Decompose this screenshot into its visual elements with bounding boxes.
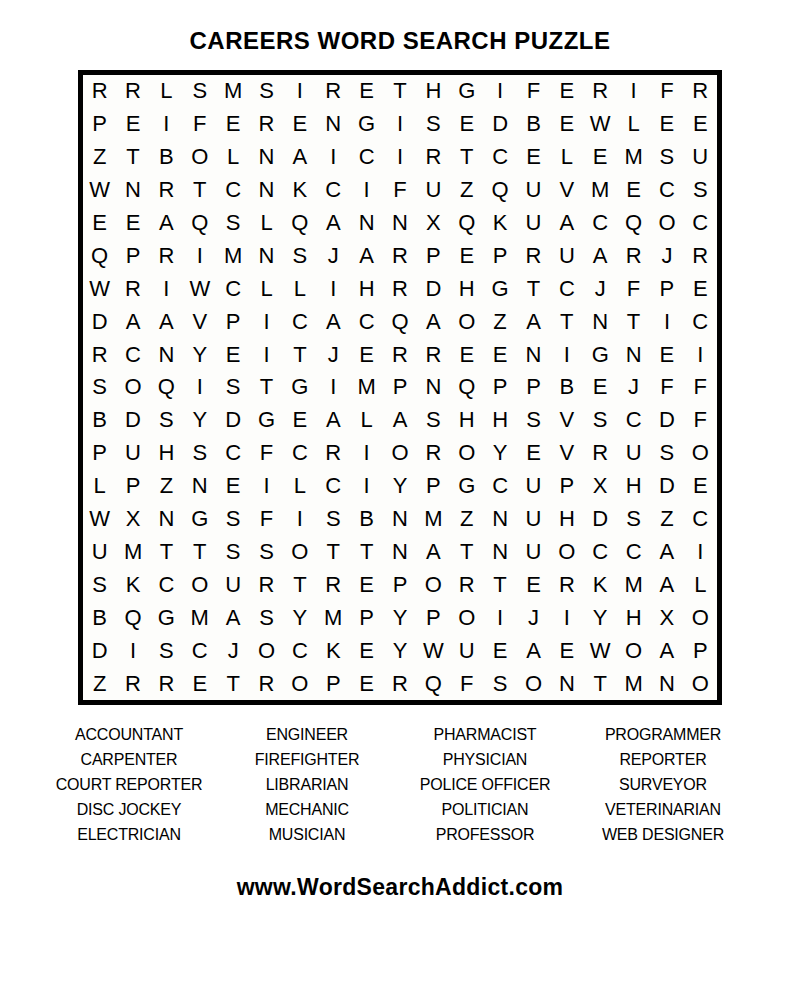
grid-cell-r1c7: I <box>283 75 316 108</box>
grid-cell-r3c1: Z <box>83 141 116 174</box>
grid-cell-r10c3: Q <box>150 371 183 404</box>
grid-cell-r8c11: A <box>417 305 450 338</box>
grid-cell-r14c11: M <box>417 503 450 536</box>
grid-cell-r19c9: E <box>350 667 383 700</box>
grid-cell-r14c15: H <box>550 503 583 536</box>
word-list-item: COURT REPORTER <box>40 772 218 797</box>
grid-cell-r15c8: T <box>317 536 350 569</box>
grid-cell-r13c11: P <box>417 470 450 503</box>
grid-cell-r19c6: R <box>250 667 283 700</box>
grid-cell-r13c13: C <box>483 470 516 503</box>
grid-cell-r19c10: R <box>383 667 416 700</box>
grid-cell-r2c10: I <box>383 108 416 141</box>
grid-cell-r3c18: S <box>650 141 683 174</box>
word-list-item: PROFESSOR <box>396 822 574 847</box>
grid-cell-r6c3: R <box>150 239 183 272</box>
word-list-item: POLICE OFFICER <box>396 772 574 797</box>
grid-cell-r3c17: M <box>617 141 650 174</box>
word-list-item: PHARMACIST <box>396 722 574 747</box>
grid-cell-r7c15: C <box>550 272 583 305</box>
grid-cell-r5c12: Q <box>450 207 483 240</box>
grid-cell-r1c10: T <box>383 75 416 108</box>
grid-cell-r11c10: A <box>383 404 416 437</box>
word-list-item: DISC JOCKEY <box>40 797 218 822</box>
grid-cell-r6c2: P <box>116 239 149 272</box>
grid-cell-r4c12: Z <box>450 174 483 207</box>
grid-cell-r3c6: N <box>250 141 283 174</box>
grid-cell-r6c7: S <box>283 239 316 272</box>
grid-cell-r11c15: V <box>550 404 583 437</box>
grid-cell-r11c9: L <box>350 404 383 437</box>
grid-cell-r2c15: E <box>550 108 583 141</box>
grid-cell-r14c2: X <box>116 503 149 536</box>
grid-cell-r14c3: N <box>150 503 183 536</box>
word-list-item: ENGINEER <box>218 722 396 747</box>
grid-cell-r6c6: N <box>250 239 283 272</box>
grid-cell-r11c7: E <box>283 404 316 437</box>
grid-cell-r7c8: I <box>317 272 350 305</box>
grid-cell-r18c3: S <box>150 634 183 667</box>
grid-cell-r2c17: L <box>617 108 650 141</box>
grid-cell-r12c1: P <box>83 437 116 470</box>
grid-cell-r5c3: A <box>150 207 183 240</box>
grid-cell-r16c1: S <box>83 568 116 601</box>
grid-cell-r18c1: D <box>83 634 116 667</box>
grid-cell-r3c9: C <box>350 141 383 174</box>
grid-cell-r12c9: I <box>350 437 383 470</box>
grid-cell-r3c4: O <box>183 141 216 174</box>
grid-cell-r19c15: N <box>550 667 583 700</box>
grid-cell-r5c6: L <box>250 207 283 240</box>
grid-cell-r1c5: M <box>216 75 249 108</box>
grid-cell-r11c16: S <box>584 404 617 437</box>
grid-cell-r2c13: D <box>483 108 516 141</box>
word-list: ACCOUNTANTCARPENTERCOURT REPORTERDISC JO… <box>40 722 752 847</box>
word-list-item: SURVEYOR <box>574 772 752 797</box>
grid-cell-r5c1: E <box>83 207 116 240</box>
grid-cell-r8c6: I <box>250 305 283 338</box>
grid-cell-r17c18: X <box>650 601 683 634</box>
grid-cell-r11c2: D <box>116 404 149 437</box>
grid-cell-r9c3: N <box>150 338 183 371</box>
grid-cell-r9c11: R <box>417 338 450 371</box>
grid-cell-r11c5: D <box>216 404 249 437</box>
grid-cell-r1c19: R <box>684 75 717 108</box>
grid-cell-r17c12: O <box>450 601 483 634</box>
grid-cell-r16c5: U <box>216 568 249 601</box>
grid-cell-r17c5: A <box>216 601 249 634</box>
grid-cell-r19c4: E <box>183 667 216 700</box>
grid-cell-r5c4: Q <box>183 207 216 240</box>
grid-cell-r5c18: O <box>650 207 683 240</box>
word-list-item: CARPENTER <box>40 747 218 772</box>
grid-cell-r10c8: I <box>317 371 350 404</box>
grid-cell-r15c16: C <box>584 536 617 569</box>
grid-cell-r13c6: I <box>250 470 283 503</box>
grid-cell-r10c14: P <box>517 371 550 404</box>
grid-cell-r10c12: Q <box>450 371 483 404</box>
word-list-item: LIBRARIAN <box>218 772 396 797</box>
grid-cell-r10c7: G <box>283 371 316 404</box>
grid-cell-r12c19: O <box>684 437 717 470</box>
grid-cell-r2c9: G <box>350 108 383 141</box>
grid-cell-r4c4: T <box>183 174 216 207</box>
grid-cell-r18c6: O <box>250 634 283 667</box>
grid-cell-r10c1: S <box>83 371 116 404</box>
grid-cell-r3c5: L <box>216 141 249 174</box>
grid-cell-r5c2: E <box>116 207 149 240</box>
grid-cell-r17c17: H <box>617 601 650 634</box>
grid-cell-r18c16: W <box>584 634 617 667</box>
grid-cell-r7c9: H <box>350 272 383 305</box>
grid-cell-r6c11: P <box>417 239 450 272</box>
grid-cell-r17c11: P <box>417 601 450 634</box>
grid-cell-r18c12: U <box>450 634 483 667</box>
grid-cell-r1c4: S <box>183 75 216 108</box>
grid-cell-r18c5: J <box>216 634 249 667</box>
grid-cell-r6c9: A <box>350 239 383 272</box>
grid-cell-r5c9: N <box>350 207 383 240</box>
grid-cell-r7c2: R <box>116 272 149 305</box>
grid-cell-r17c16: Y <box>584 601 617 634</box>
grid-cell-r9c6: I <box>250 338 283 371</box>
grid-cell-r3c19: U <box>684 141 717 174</box>
grid-cell-r15c17: C <box>617 536 650 569</box>
grid-cell-r6c8: J <box>317 239 350 272</box>
grid-cell-r4c18: C <box>650 174 683 207</box>
grid-cell-r6c19: R <box>684 239 717 272</box>
word-list-item: PROGRAMMER <box>574 722 752 747</box>
grid-cell-r12c18: S <box>650 437 683 470</box>
grid-cell-r7c18: P <box>650 272 683 305</box>
grid-cell-r6c18: J <box>650 239 683 272</box>
grid-cell-r14c13: N <box>483 503 516 536</box>
grid-cell-r16c4: O <box>183 568 216 601</box>
grid-cell-r8c4: V <box>183 305 216 338</box>
grid-cell-r9c1: R <box>83 338 116 371</box>
grid-cell-r12c5: C <box>216 437 249 470</box>
grid-cell-r12c15: V <box>550 437 583 470</box>
grid-cell-r17c8: M <box>317 601 350 634</box>
grid-cell-r8c2: A <box>116 305 149 338</box>
grid-cell-r4c19: S <box>684 174 717 207</box>
grid-cell-r13c12: G <box>450 470 483 503</box>
grid-cell-r15c4: T <box>183 536 216 569</box>
grid-cell-r14c12: Z <box>450 503 483 536</box>
grid-cell-r12c16: R <box>584 437 617 470</box>
grid-cell-r9c10: R <box>383 338 416 371</box>
grid-cell-r12c3: H <box>150 437 183 470</box>
grid-cell-r18c7: C <box>283 634 316 667</box>
grid-cell-r18c13: E <box>483 634 516 667</box>
grid-cell-r5c8: A <box>317 207 350 240</box>
grid-cell-r9c16: G <box>584 338 617 371</box>
grid-cell-r13c14: U <box>517 470 550 503</box>
grid-cell-r7c17: F <box>617 272 650 305</box>
grid-cell-r15c7: O <box>283 536 316 569</box>
grid-cell-r5c19: C <box>684 207 717 240</box>
grid-cell-r19c8: P <box>317 667 350 700</box>
grid-cell-r1c16: R <box>584 75 617 108</box>
grid-cell-r4c3: R <box>150 174 183 207</box>
grid-cell-r4c6: N <box>250 174 283 207</box>
grid-cell-r18c4: C <box>183 634 216 667</box>
grid-cell-r3c14: E <box>517 141 550 174</box>
grid-cell-r17c3: G <box>150 601 183 634</box>
grid-cell-r3c3: B <box>150 141 183 174</box>
grid-cell-r19c18: N <box>650 667 683 700</box>
grid-cell-r8c16: N <box>584 305 617 338</box>
grid-cell-r1c8: R <box>317 75 350 108</box>
grid-cell-r3c10: I <box>383 141 416 174</box>
grid-cell-r14c9: B <box>350 503 383 536</box>
grid-cell-r10c16: E <box>584 371 617 404</box>
grid-cell-r10c15: B <box>550 371 583 404</box>
grid-cell-r4c10: F <box>383 174 416 207</box>
grid-cell-r17c15: I <box>550 601 583 634</box>
grid-cell-r18c15: E <box>550 634 583 667</box>
grid-cell-r2c1: P <box>83 108 116 141</box>
grid-cell-r13c15: P <box>550 470 583 503</box>
grid-cell-r16c17: M <box>617 568 650 601</box>
grid-cell-r19c12: F <box>450 667 483 700</box>
grid-cell-r19c3: R <box>150 667 183 700</box>
word-list-item: PHYSICIAN <box>396 747 574 772</box>
grid-cell-r6c5: M <box>216 239 249 272</box>
grid-cell-r11c8: A <box>317 404 350 437</box>
grid-cell-r19c17: M <box>617 667 650 700</box>
grid-cell-r15c12: T <box>450 536 483 569</box>
grid-cell-r15c1: U <box>83 536 116 569</box>
grid-cell-r7c3: I <box>150 272 183 305</box>
grid-cell-r12c7: C <box>283 437 316 470</box>
grid-cell-r13c1: L <box>83 470 116 503</box>
grid-cell-r1c17: I <box>617 75 650 108</box>
word-list-item: POLITICIAN <box>396 797 574 822</box>
grid-cell-r3c12: T <box>450 141 483 174</box>
word-list-item: ELECTRICIAN <box>40 822 218 847</box>
grid-cell-r4c7: K <box>283 174 316 207</box>
grid-cell-r13c9: I <box>350 470 383 503</box>
grid-cell-r7c10: R <box>383 272 416 305</box>
grid-cell-r8c1: D <box>83 305 116 338</box>
grid-cell-r4c11: U <box>417 174 450 207</box>
grid-cell-r5c7: Q <box>283 207 316 240</box>
word-list-column-2: ENGINEERFIREFIGHTERLIBRARIANMECHANICMUSI… <box>218 722 396 847</box>
grid-cell-r1c18: F <box>650 75 683 108</box>
grid-cell-r8c5: P <box>216 305 249 338</box>
grid-cell-r8c15: T <box>550 305 583 338</box>
grid-cell-r16c10: P <box>383 568 416 601</box>
grid-cell-r2c4: F <box>183 108 216 141</box>
grid-cell-r16c6: R <box>250 568 283 601</box>
grid-cell-r1c14: F <box>517 75 550 108</box>
grid-cell-r17c1: B <box>83 601 116 634</box>
grid-cell-r11c17: C <box>617 404 650 437</box>
grid-cell-r12c8: R <box>317 437 350 470</box>
grid-cell-r7c1: W <box>83 272 116 305</box>
grid-cell-r10c5: S <box>216 371 249 404</box>
grid-cell-r14c1: W <box>83 503 116 536</box>
grid-cell-r15c9: T <box>350 536 383 569</box>
grid-cell-r4c2: N <box>116 174 149 207</box>
grid-cell-r14c6: F <box>250 503 283 536</box>
grid-cell-r3c8: I <box>317 141 350 174</box>
word-list-item: ACCOUNTANT <box>40 722 218 747</box>
grid-cell-r7c6: L <box>250 272 283 305</box>
grid-cell-r12c12: O <box>450 437 483 470</box>
grid-cell-r19c13: S <box>483 667 516 700</box>
grid-cell-r9c9: E <box>350 338 383 371</box>
grid-cell-r11c14: S <box>517 404 550 437</box>
grid-cell-r12c13: Y <box>483 437 516 470</box>
grid-cell-r5c17: Q <box>617 207 650 240</box>
grid-cell-r3c16: E <box>584 141 617 174</box>
grid-cell-r7c13: G <box>483 272 516 305</box>
grid-cell-r5c15: A <box>550 207 583 240</box>
grid-cell-r2c7: E <box>283 108 316 141</box>
grid-cell-r19c19: O <box>684 667 717 700</box>
grid-cell-r6c4: I <box>183 239 216 272</box>
grid-cell-r12c17: U <box>617 437 650 470</box>
grid-cell-r13c8: C <box>317 470 350 503</box>
grid-cell-r2c6: R <box>250 108 283 141</box>
site-url: www.WordSearchAddict.com <box>0 874 800 901</box>
grid-cell-r8c19: C <box>684 305 717 338</box>
grid-cell-r9c14: N <box>517 338 550 371</box>
grid-cell-r5c5: S <box>216 207 249 240</box>
grid-cell-r6c15: U <box>550 239 583 272</box>
grid-cell-r11c1: B <box>83 404 116 437</box>
grid-cell-r17c19: O <box>684 601 717 634</box>
grid-cell-r8c13: Z <box>483 305 516 338</box>
grid-cell-r13c7: L <box>283 470 316 503</box>
grid-cell-r8c18: I <box>650 305 683 338</box>
grid-cell-r3c11: R <box>417 141 450 174</box>
grid-cell-r15c6: S <box>250 536 283 569</box>
grid-cell-r16c18: A <box>650 568 683 601</box>
grid-cell-r16c7: T <box>283 568 316 601</box>
grid-cell-r13c5: E <box>216 470 249 503</box>
grid-cell-r16c3: C <box>150 568 183 601</box>
grid-cell-r8c12: O <box>450 305 483 338</box>
grid-cell-r1c11: H <box>417 75 450 108</box>
grid-cell-r6c1: Q <box>83 239 116 272</box>
grid-cell-r14c8: S <box>317 503 350 536</box>
grid-cell-r19c2: R <box>116 667 149 700</box>
grid-cell-r14c7: I <box>283 503 316 536</box>
word-list-item: VETERINARIAN <box>574 797 752 822</box>
grid-cell-r12c6: F <box>250 437 283 470</box>
grid-cell-r15c18: A <box>650 536 683 569</box>
grid-cell-r19c16: T <box>584 667 617 700</box>
grid-cell-r6c14: R <box>517 239 550 272</box>
grid-cell-r13c10: Y <box>383 470 416 503</box>
page-title: CAREERS WORD SEARCH PUZZLE <box>0 0 800 55</box>
grid-cell-r16c9: E <box>350 568 383 601</box>
grid-cell-r6c17: R <box>617 239 650 272</box>
grid-cell-r17c2: Q <box>116 601 149 634</box>
grid-cell-r2c3: I <box>150 108 183 141</box>
grid-cell-r10c19: F <box>684 371 717 404</box>
grid-cell-r4c16: M <box>584 174 617 207</box>
grid-cell-r18c14: A <box>517 634 550 667</box>
grid-cell-r14c16: D <box>584 503 617 536</box>
grid-cell-r1c15: E <box>550 75 583 108</box>
grid-cell-r9c8: J <box>317 338 350 371</box>
grid-cell-r16c11: O <box>417 568 450 601</box>
grid-cell-r4c8: C <box>317 174 350 207</box>
grid-cell-r5c11: X <box>417 207 450 240</box>
grid-cell-r7c5: C <box>216 272 249 305</box>
grid-cell-r18c2: I <box>116 634 149 667</box>
grid-cell-r10c11: N <box>417 371 450 404</box>
grid-cell-r15c19: I <box>684 536 717 569</box>
grid-cell-r7c12: H <box>450 272 483 305</box>
grid-cell-r2c8: N <box>317 108 350 141</box>
grid-cell-r13c2: P <box>116 470 149 503</box>
grid-cell-r19c11: Q <box>417 667 450 700</box>
grid-cell-r11c3: S <box>150 404 183 437</box>
grid-cell-r14c5: S <box>216 503 249 536</box>
grid-cell-r14c4: G <box>183 503 216 536</box>
grid-cell-r4c5: C <box>216 174 249 207</box>
grid-cell-r18c17: O <box>617 634 650 667</box>
grid-cell-r7c14: T <box>517 272 550 305</box>
grid-cell-r19c7: O <box>283 667 316 700</box>
grid-cell-r18c11: W <box>417 634 450 667</box>
grid-cell-r19c14: O <box>517 667 550 700</box>
grid-cell-r9c15: I <box>550 338 583 371</box>
grid-cell-r7c7: L <box>283 272 316 305</box>
grid-cell-r5c14: U <box>517 207 550 240</box>
grid-cell-r14c19: C <box>684 503 717 536</box>
grid-cell-r6c12: E <box>450 239 483 272</box>
grid-cell-r2c16: W <box>584 108 617 141</box>
grid-cell-r11c4: Y <box>183 404 216 437</box>
grid-cell-r16c19: L <box>684 568 717 601</box>
grid-cell-r9c5: E <box>216 338 249 371</box>
grid-cell-r9c4: Y <box>183 338 216 371</box>
grid-cell-r8c3: A <box>150 305 183 338</box>
grid-cell-r3c7: A <box>283 141 316 174</box>
word-search-page: CAREERS WORD SEARCH PUZZLE RRLSMSIRETHGI… <box>0 0 800 1000</box>
grid-cell-r8c14: A <box>517 305 550 338</box>
grid-cell-r15c14: U <box>517 536 550 569</box>
grid-cell-r9c18: E <box>650 338 683 371</box>
grid-cell-r18c8: K <box>317 634 350 667</box>
grid-cell-r16c15: R <box>550 568 583 601</box>
grid-cell-r15c13: N <box>483 536 516 569</box>
grid-cell-r13c16: X <box>584 470 617 503</box>
grid-cell-r13c18: D <box>650 470 683 503</box>
grid-cell-r17c13: I <box>483 601 516 634</box>
grid-cell-r1c13: I <box>483 75 516 108</box>
grid-cell-r14c18: Z <box>650 503 683 536</box>
grid-cell-r5c10: N <box>383 207 416 240</box>
grid-cell-r1c9: E <box>350 75 383 108</box>
grid-cell-r8c10: Q <box>383 305 416 338</box>
grid-cell-r7c4: W <box>183 272 216 305</box>
grid-cell-r15c15: O <box>550 536 583 569</box>
grid-cell-r10c17: J <box>617 371 650 404</box>
grid-cell-r6c10: R <box>383 239 416 272</box>
grid-cell-r15c11: A <box>417 536 450 569</box>
grid-cell-r1c1: R <box>83 75 116 108</box>
grid-cell-r16c12: R <box>450 568 483 601</box>
grid-cell-r11c11: S <box>417 404 450 437</box>
grid-cell-r6c13: P <box>483 239 516 272</box>
